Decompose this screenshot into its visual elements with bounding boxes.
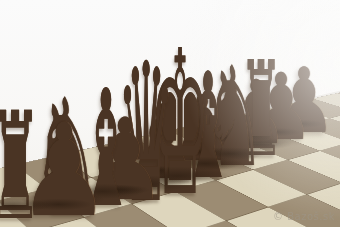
chess-set-photo: ♜♞♝♛♚♝♞♜♟♟♟♟♟♟♟♟ © Bazoš.sk bbox=[0, 0, 340, 227]
rook-a8: ♜ bbox=[0, 93, 42, 227]
watermark: © Bazoš.sk bbox=[273, 211, 335, 222]
pieces-layer: ♜♞♝♛♚♝♞♜♟♟♟♟♟♟♟♟ bbox=[0, 0, 340, 227]
